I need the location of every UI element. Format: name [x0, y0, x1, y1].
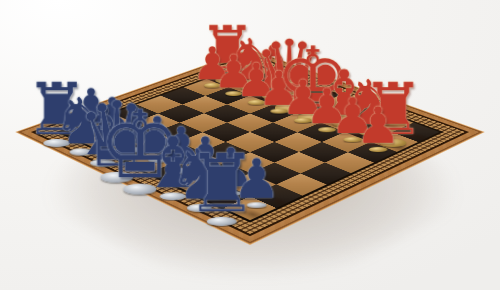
piece-blue-rook-h1[interactable]: ♜: [170, 144, 273, 224]
chess-board-case: ♜♞♝♛♚♝♞♜♟♟♟♟♟♟♟♟♟♟♟♟♟♟♟♟♜♞♝♛♚♝♞♜: [15, 49, 485, 245]
square-h1[interactable]: ♜: [223, 196, 276, 220]
product-photo-scene: ♜♞♝♛♚♝♞♜♟♟♟♟♟♟♟♟♟♟♟♟♟♟♟♟♜♞♝♛♚♝♞♜: [0, 0, 500, 290]
square-h7[interactable]: ♟: [370, 132, 418, 152]
piece-red-pawn-h7[interactable]: ♟: [332, 101, 424, 151]
perspective-stage: ♜♞♝♛♚♝♞♜♟♟♟♟♟♟♟♟♟♟♟♟♟♟♟♟♜♞♝♛♚♝♞♜: [0, 0, 500, 290]
